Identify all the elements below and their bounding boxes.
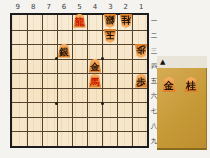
- board-square[interactable]: [132, 30, 147, 45]
- board-square[interactable]: [27, 88, 42, 103]
- board-square[interactable]: [87, 44, 102, 59]
- board-square[interactable]: [87, 15, 102, 30]
- board-square[interactable]: [12, 73, 27, 88]
- star-point: [55, 102, 58, 105]
- board-square[interactable]: [12, 102, 27, 117]
- board-square[interactable]: [72, 117, 87, 132]
- board-square[interactable]: [132, 88, 147, 103]
- board-square[interactable]: [117, 44, 132, 59]
- board-square[interactable]: [42, 131, 57, 146]
- board-square[interactable]: [27, 44, 42, 59]
- board-square[interactable]: [27, 59, 42, 74]
- sente-hand-area: 金桂: [157, 68, 206, 148]
- shogi-diagram: 987654321 一二三四五六七八九 龍銀桂玉銀歩金馬歩 ▲ 金桂: [0, 0, 210, 158]
- rank-label: 二: [150, 32, 158, 41]
- board-square[interactable]: [72, 44, 87, 59]
- board-square[interactable]: [27, 15, 42, 30]
- side-to-move-indicator: ▲: [157, 56, 207, 68]
- board-square[interactable]: [102, 131, 117, 146]
- board-square[interactable]: [12, 59, 27, 74]
- board-square[interactable]: [42, 117, 57, 132]
- file-label: 1: [134, 3, 149, 11]
- board-square[interactable]: [132, 131, 147, 146]
- board-square[interactable]: [87, 30, 102, 45]
- board-square[interactable]: [87, 102, 102, 117]
- board-square[interactable]: [27, 117, 42, 132]
- board-square[interactable]: [57, 30, 72, 45]
- board-square[interactable]: [42, 30, 57, 45]
- board-square[interactable]: [57, 102, 72, 117]
- board-square[interactable]: [27, 73, 42, 88]
- board-square[interactable]: [132, 102, 147, 117]
- board-square[interactable]: [57, 131, 72, 146]
- board-square[interactable]: [72, 30, 87, 45]
- board-square[interactable]: [12, 15, 27, 30]
- file-label: 9: [10, 3, 25, 11]
- hand-piece-1[interactable]: 金: [162, 77, 176, 92]
- board-square[interactable]: [117, 131, 132, 146]
- file-label: 6: [57, 3, 72, 11]
- board-square[interactable]: [102, 117, 117, 132]
- board-square[interactable]: [102, 73, 117, 88]
- file-label: 2: [118, 3, 133, 11]
- board-square[interactable]: [102, 59, 117, 74]
- star-point: [55, 57, 58, 60]
- board-square[interactable]: [117, 30, 132, 45]
- rank-label: 三: [150, 47, 158, 56]
- board-square[interactable]: [57, 117, 72, 132]
- board-square[interactable]: [42, 102, 57, 117]
- shogi-board: 龍銀桂玉銀歩金馬歩: [10, 13, 149, 148]
- file-label: 7: [41, 3, 56, 11]
- board-square[interactable]: [12, 88, 27, 103]
- star-point: [101, 102, 104, 105]
- komadai-piece-stand: 金桂: [157, 68, 207, 150]
- board-square[interactable]: [57, 59, 72, 74]
- board-square[interactable]: [27, 30, 42, 45]
- file-label: 5: [72, 3, 87, 11]
- board-square[interactable]: [132, 117, 147, 132]
- board-square[interactable]: [132, 15, 147, 30]
- board-square[interactable]: [12, 131, 27, 146]
- board-square[interactable]: [12, 117, 27, 132]
- board-square[interactable]: [117, 73, 132, 88]
- board-square[interactable]: [12, 44, 27, 59]
- board-square[interactable]: [72, 59, 87, 74]
- board-square[interactable]: [87, 131, 102, 146]
- board-square[interactable]: [42, 73, 57, 88]
- board-square[interactable]: [117, 102, 132, 117]
- board-square[interactable]: [117, 59, 132, 74]
- board-square[interactable]: [117, 88, 132, 103]
- board-square[interactable]: [72, 131, 87, 146]
- board-square[interactable]: [72, 102, 87, 117]
- board-square[interactable]: [57, 88, 72, 103]
- board-square[interactable]: [72, 88, 87, 103]
- file-label: 3: [103, 3, 118, 11]
- board-square[interactable]: [57, 73, 72, 88]
- board-grid: [12, 15, 147, 146]
- star-point: [101, 57, 104, 60]
- board-square[interactable]: [132, 59, 147, 74]
- board-square[interactable]: [102, 44, 117, 59]
- file-label: 4: [87, 3, 102, 11]
- board-square[interactable]: [27, 131, 42, 146]
- board-square[interactable]: [42, 59, 57, 74]
- board-square[interactable]: [102, 102, 117, 117]
- board-square[interactable]: [87, 88, 102, 103]
- board-square[interactable]: [57, 15, 72, 30]
- hand-piece-2[interactable]: 桂: [184, 77, 198, 92]
- board-square[interactable]: [102, 88, 117, 103]
- board-square[interactable]: [27, 102, 42, 117]
- board-square[interactable]: [87, 117, 102, 132]
- board-square[interactable]: [72, 73, 87, 88]
- file-label: 8: [26, 3, 41, 11]
- board-square[interactable]: [12, 30, 27, 45]
- board-square[interactable]: [117, 117, 132, 132]
- sente-triangle-icon: ▲: [160, 58, 165, 66]
- board-square[interactable]: [42, 88, 57, 103]
- rank-label: 一: [150, 17, 158, 26]
- board-square[interactable]: [42, 15, 57, 30]
